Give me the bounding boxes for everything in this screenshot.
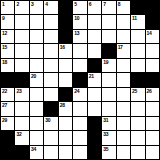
cell-r3c6[interactable]: 13 [73,30,86,43]
black-cell-r2c5 [59,15,72,28]
cell-r9c9[interactable] [117,117,130,130]
black-cell-r9c7 [88,117,101,130]
cell-r7c10[interactable]: 25 [131,88,144,101]
cell-r9c10[interactable] [131,117,144,130]
cell-r8c7[interactable] [88,102,101,115]
clue-number: 28 [60,102,65,108]
black-cell-r2c11 [146,15,159,28]
cell-r9c6[interactable] [73,117,86,130]
cell-r5c5[interactable] [59,59,72,72]
cell-r8c11[interactable] [146,102,159,115]
cell-r4c11[interactable] [146,44,159,57]
cell-r2c6[interactable]: 10 [73,15,86,28]
black-cell-r6c2 [15,73,28,86]
cell-r1c9[interactable]: 8 [117,1,130,14]
cell-r6c3[interactable]: 20 [30,73,43,86]
cell-r10c4[interactable] [44,131,57,144]
cell-r3c9[interactable] [117,30,130,43]
cell-r1c6[interactable]: 5 [73,1,86,14]
black-cell-r6c1 [1,73,14,86]
cell-r8c6[interactable] [73,102,86,115]
cell-r6c5[interactable] [59,73,72,86]
clue-number: 25 [132,88,137,94]
cell-r3c7[interactable] [88,30,101,43]
clue-number: 9 [2,15,4,21]
clue-number: 23 [16,88,21,94]
cell-r11c11[interactable] [146,146,159,159]
cell-r4c10[interactable] [131,44,144,57]
clue-number: 24 [74,88,79,94]
cell-r1c8[interactable]: 7 [102,1,115,14]
cell-r5c9[interactable] [117,59,130,72]
cell-r1c2[interactable]: 2 [15,1,28,14]
black-cell-r11c7 [88,146,101,159]
cell-r2c9[interactable] [117,15,130,28]
black-cell-r1c10 [131,1,144,14]
cell-r6c8[interactable] [102,73,115,86]
cell-r11c8[interactable]: 35 [102,146,115,159]
crossword-board: 1234567891011121314151617181920212223242… [0,0,160,160]
clue-number: 3 [31,1,33,7]
cell-r7c3[interactable] [30,88,43,101]
cell-r3c4[interactable] [44,30,57,43]
cell-r4c1[interactable]: 15 [1,44,14,57]
cell-r4c7[interactable] [88,44,101,57]
black-cell-r8c4 [44,102,57,115]
cell-r6c7[interactable]: 21 [88,73,101,86]
clue-number: 13 [74,30,79,36]
cell-r2c4[interactable] [44,15,57,28]
clue-number: 30 [45,117,50,123]
cell-r8c10[interactable] [131,102,144,115]
clue-number: 10 [74,15,79,21]
clue-number: 18 [2,59,7,65]
black-cell-r6c10 [131,73,144,86]
cell-r9c3[interactable] [30,117,43,130]
clue-number: 29 [2,117,7,123]
cell-r1c4[interactable]: 4 [44,1,57,14]
cell-r3c1[interactable]: 12 [1,30,14,43]
cell-r7c9[interactable] [117,88,130,101]
cell-r2c1[interactable]: 9 [1,15,14,28]
cell-r3c2[interactable] [15,30,28,43]
clue-number: 16 [60,44,65,50]
cell-r6c9[interactable] [117,73,130,86]
cell-r2c3[interactable] [30,15,43,28]
cell-r5c10[interactable] [131,59,144,72]
cell-r10c5[interactable] [59,131,72,144]
clue-number: 35 [103,146,108,152]
black-cell-r10c7 [88,131,101,144]
clue-number: 26 [147,88,152,94]
black-cell-r6c6 [73,73,86,86]
cell-r4c3[interactable] [30,44,43,57]
black-cell-r6c11 [146,73,159,86]
black-cell-r11c2 [15,146,28,159]
cell-r3c3[interactable] [30,30,43,43]
cell-r11c10[interactable] [131,146,144,159]
clue-number: 7 [103,1,105,7]
cell-r11c3[interactable]: 34 [30,146,43,159]
clue-number: 27 [2,102,7,108]
cell-r11c5[interactable] [59,146,72,159]
cell-r8c5[interactable]: 28 [59,102,72,115]
clue-number: 34 [31,146,36,152]
cell-r5c2[interactable] [15,59,28,72]
cell-r7c11[interactable]: 26 [146,88,159,101]
clue-number: 11 [132,15,137,21]
cell-r3c11[interactable]: 14 [146,30,159,43]
clue-number: 19 [103,59,108,65]
clue-number: 33 [103,131,108,137]
clue-number: 5 [74,1,76,7]
cell-r7c8[interactable] [102,88,115,101]
cell-r9c2[interactable] [15,117,28,130]
clue-number: 12 [2,30,7,36]
cell-r1c7[interactable]: 6 [88,1,101,14]
clue-number: 31 [103,117,108,123]
black-cell-r10c1 [1,131,14,144]
cell-r2c7[interactable] [88,15,101,28]
cell-r9c8[interactable]: 31 [102,117,115,130]
black-cell-r3c5 [59,30,72,43]
cell-r10c3[interactable] [30,131,43,144]
black-cell-r5c7 [88,59,101,72]
cell-r7c7[interactable] [88,88,101,101]
cell-r7c6[interactable]: 24 [73,88,86,101]
clue-number: 21 [89,73,94,79]
clue-number: 14 [147,30,152,36]
cell-r10c8[interactable]: 33 [102,131,115,144]
cell-r7c4[interactable] [44,88,57,101]
cell-r7c1[interactable]: 22 [1,88,14,101]
cell-r11c9[interactable] [117,146,130,159]
cell-r10c9[interactable] [117,131,130,144]
clue-number: 2 [16,1,18,7]
cell-r11c6[interactable] [73,146,86,159]
cell-r4c9[interactable]: 17 [117,44,130,57]
cell-r4c5[interactable]: 16 [59,44,72,57]
cell-r9c5[interactable] [59,117,72,130]
cell-r1c3[interactable]: 3 [30,1,43,14]
cell-r5c3[interactable] [30,59,43,72]
cell-r5c1[interactable]: 18 [1,59,14,72]
cell-r10c10[interactable] [131,131,144,144]
cell-r4c4[interactable] [44,44,57,57]
cell-r5c8[interactable]: 19 [102,59,115,72]
black-cell-r1c5 [59,1,72,14]
cell-r2c10[interactable]: 11 [131,15,144,28]
clue-number: 32 [16,131,21,137]
black-cell-r1c11 [146,1,159,14]
cell-r10c2[interactable]: 32 [15,131,28,144]
cell-r4c2[interactable] [15,44,28,57]
cell-r3c8[interactable] [102,30,115,43]
cell-r8c2[interactable] [15,102,28,115]
clue-number: 8 [118,1,120,7]
cell-r5c6[interactable] [73,59,86,72]
clue-number: 1 [2,1,4,7]
black-cell-r11c1 [1,146,14,159]
cell-r9c4[interactable]: 30 [44,117,57,130]
cell-r8c3[interactable] [30,102,43,115]
cell-r2c2[interactable] [15,15,28,28]
cell-r5c11[interactable] [146,59,159,72]
cell-r4c6[interactable] [73,44,86,57]
cell-r8c1[interactable]: 27 [1,102,14,115]
black-cell-r7c5 [59,88,72,101]
black-cell-r4c8 [102,44,115,57]
cell-r9c1[interactable]: 29 [1,117,14,130]
clue-number: 4 [45,1,47,7]
cell-r1c1[interactable]: 1 [1,1,14,14]
cell-r9c11[interactable] [146,117,159,130]
cell-r10c11[interactable] [146,131,159,144]
clue-number: 6 [89,1,91,7]
cell-r6c4[interactable] [44,73,57,86]
clue-number: 15 [2,44,7,50]
cell-r8c8[interactable] [102,102,115,115]
cell-r7c2[interactable]: 23 [15,88,28,101]
clue-number: 17 [118,44,123,50]
cell-r3c10[interactable] [131,30,144,43]
clue-number: 20 [31,73,36,79]
cell-r11c4[interactable] [44,146,57,159]
cell-r2c8[interactable] [102,15,115,28]
clue-number: 22 [2,88,7,94]
cell-r10c6[interactable] [73,131,86,144]
cell-r5c4[interactable] [44,59,57,72]
cell-r8c9[interactable] [117,102,130,115]
